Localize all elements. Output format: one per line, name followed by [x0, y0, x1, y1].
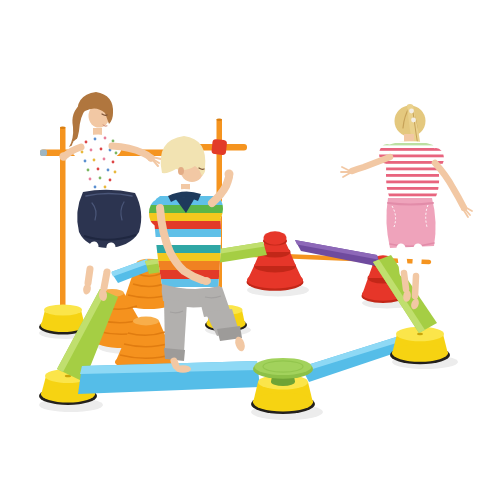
boy-ear	[178, 167, 184, 175]
cone-top	[133, 317, 159, 326]
crossbar-left-end-cap	[40, 150, 47, 157]
dome-top	[44, 304, 82, 315]
girl-right-arm-out-left	[352, 157, 390, 171]
girl-left-legging-back	[90, 246, 94, 269]
dome-bulge	[253, 393, 313, 412]
boy-foot-on-plank	[175, 365, 191, 373]
girl-right-striped-shirt	[377, 136, 444, 206]
girl-left-legging-front	[107, 247, 111, 272]
girl-right-fingers-right	[463, 207, 472, 217]
girl-left-calf-front	[104, 272, 107, 288]
product-photo: Three children balancing on a modular ba…	[0, 0, 500, 500]
balance-course-scene: Three children balancing on a modular ba…	[0, 0, 500, 500]
girl-right-legging-back	[416, 248, 418, 276]
purple-plank	[295, 240, 381, 267]
dome-top-hole	[417, 333, 423, 335]
girl-right-arm-out-right	[435, 163, 463, 206]
boy-ankle	[174, 361, 176, 366]
boy-leg-standing	[164, 299, 187, 352]
pole-left-top-cap	[60, 127, 65, 130]
girl-left-calf-back	[88, 269, 90, 283]
tier-4-lip	[247, 272, 303, 289]
child-girl-right	[341, 104, 472, 310]
girl-right-legging-front	[401, 248, 404, 273]
girl-right-fingers-left	[341, 167, 350, 177]
pole-mid-top-cap	[217, 119, 222, 122]
boy-hand-gripping-pole	[225, 170, 234, 179]
girl-right-calf-front	[404, 273, 406, 289]
disc-hub-base	[271, 378, 295, 386]
girl-right-hair-bobble	[411, 118, 416, 123]
boy-hand-on-knee	[201, 277, 211, 285]
blue-plank-long	[78, 361, 260, 394]
pole-connector-clamp	[211, 139, 227, 155]
girl-right-hair-bobble	[409, 109, 414, 114]
dome-bulge	[392, 344, 448, 362]
red-stacking-stone-tall	[247, 231, 304, 291]
tier-1-cap	[264, 231, 287, 245]
girl-left-hand-gripping	[59, 152, 67, 160]
yellow-dome-with-disc	[251, 358, 315, 414]
girl-right-calf-back	[415, 276, 416, 296]
girl-left-fingers	[151, 157, 161, 166]
